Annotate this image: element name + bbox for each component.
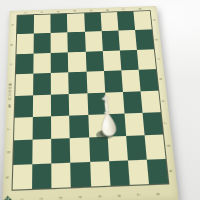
chess-board: 1234567812345678abcdefghabcdefgh ® CHESS… (2, 6, 178, 200)
square-r5c2 (33, 94, 51, 117)
square-r5c1 (15, 95, 34, 118)
square-r6c1 (14, 117, 33, 141)
coord-label: 4 (73, 10, 77, 12)
white-king-tipped (92, 93, 123, 142)
brand-text: ® CHESS (7, 61, 13, 108)
square-r6c7 (124, 113, 144, 137)
square-r8c4 (71, 162, 91, 188)
coord-label: 3 (57, 10, 61, 12)
square-r8c7 (128, 159, 149, 185)
square-r4c2 (33, 73, 51, 95)
coord-label: 3 (59, 196, 63, 199)
square-r6c2 (33, 116, 52, 140)
coord-label: e (161, 100, 165, 103)
board-coordinates: 1234567812345678abcdefghabcdefgh (9, 6, 156, 11)
coord-label: 7 (137, 193, 142, 196)
square-r3c7 (120, 50, 139, 71)
square-r4c4 (69, 72, 87, 94)
square-r2c4 (68, 32, 86, 52)
coord-label: c (156, 58, 160, 60)
coord-label: f (163, 122, 167, 124)
square-r2c8 (135, 30, 154, 50)
corner-emblem-icon: ✥ (3, 195, 12, 200)
coord-label: 7 (123, 8, 127, 10)
square-r6c4 (70, 115, 89, 139)
coord-label: 5 (98, 195, 102, 198)
square-r3c4 (68, 52, 86, 73)
square-r1c6 (100, 12, 118, 31)
square-r8c8 (147, 159, 169, 185)
square-r1c2 (34, 14, 51, 33)
square-r2c7 (118, 30, 137, 50)
coord-label: a (10, 24, 14, 26)
board-grid (13, 11, 169, 190)
square-r3c6 (102, 50, 121, 71)
coord-label: 1 (24, 11, 28, 13)
square-r4c6 (104, 70, 123, 92)
square-r7c7 (126, 136, 147, 161)
coord-label: 5 (90, 9, 94, 11)
square-r3c1 (16, 53, 34, 74)
coord-label: 6 (106, 8, 110, 10)
square-r7c8 (144, 135, 165, 159)
square-r5c3 (51, 94, 69, 117)
square-r4c7 (121, 70, 140, 92)
coord-label: h (169, 169, 174, 172)
coord-label: b (10, 43, 14, 45)
square-r7c2 (32, 139, 51, 164)
coord-label: g (166, 145, 170, 148)
square-r2c2 (34, 33, 51, 53)
square-r2c1 (16, 34, 33, 54)
square-r5c7 (123, 91, 143, 114)
square-r8c2 (32, 163, 52, 189)
king-collar (104, 111, 110, 114)
square-r8c5 (90, 161, 110, 187)
square-r7c3 (51, 138, 70, 163)
square-r2c6 (101, 31, 119, 51)
square-r3c3 (51, 52, 69, 73)
square-r4c3 (51, 72, 69, 94)
king-cross (102, 95, 110, 103)
square-r8c1 (13, 164, 33, 190)
square-r1c7 (117, 12, 135, 31)
square-r1c5 (84, 13, 102, 32)
square-r1c4 (67, 13, 84, 32)
square-r8c3 (52, 162, 72, 188)
square-r2c3 (51, 33, 68, 53)
coord-label: 2 (40, 11, 44, 13)
square-r8c6 (109, 160, 130, 186)
coord-label: 2 (39, 197, 43, 200)
coord-label: h (5, 176, 9, 179)
square-r7c1 (13, 140, 32, 165)
square-r3c5 (85, 51, 103, 72)
square-r6c3 (51, 116, 70, 140)
square-r2c5 (85, 31, 103, 51)
coord-label: 8 (157, 192, 162, 195)
coord-label: g (6, 151, 10, 154)
square-r6c8 (142, 112, 163, 135)
square-r7c4 (70, 138, 90, 163)
square-r3c8 (137, 49, 156, 70)
coord-label: 8 (139, 7, 143, 9)
square-r1c3 (51, 14, 68, 33)
coord-label: 4 (79, 196, 83, 199)
square-r5c4 (69, 93, 88, 116)
square-r5c8 (140, 90, 160, 113)
coord-label: d (159, 78, 163, 81)
square-r4c8 (139, 69, 159, 91)
board-border: 1234567812345678abcdefghabcdefgh ® CHESS… (2, 6, 178, 200)
coord-label: a (152, 19, 156, 21)
coord-label: 1 (20, 198, 24, 200)
coord-label: b (154, 38, 158, 40)
square-r4c1 (15, 74, 33, 96)
square-r4c5 (86, 71, 105, 93)
coord-label: 6 (118, 194, 123, 197)
square-r1c8 (133, 11, 151, 30)
square-r1c1 (17, 15, 34, 34)
photo-background: 1234567812345678abcdefghabcdefgh ® CHESS… (0, 0, 200, 200)
coord-label: f (6, 128, 10, 130)
square-r3c2 (33, 53, 51, 74)
